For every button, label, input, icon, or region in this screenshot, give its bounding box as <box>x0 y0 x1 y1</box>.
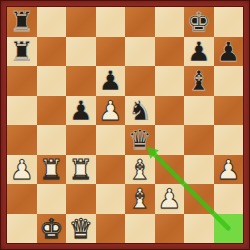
black-pawn[interactable]: ♟ <box>69 97 93 124</box>
square-b6[interactable] <box>37 66 67 96</box>
white-rook[interactable]: ♜ <box>39 156 63 183</box>
square-d3[interactable] <box>96 155 126 185</box>
square-f6[interactable] <box>155 66 185 96</box>
square-g4[interactable] <box>184 125 214 155</box>
square-a5[interactable] <box>7 96 37 126</box>
black-rook[interactable]: ♜ <box>10 8 34 35</box>
square-c8[interactable] <box>66 7 96 37</box>
square-g3[interactable] <box>184 155 214 185</box>
square-e5[interactable]: ♞ <box>125 96 155 126</box>
square-a6[interactable] <box>7 66 37 96</box>
square-a1[interactable] <box>7 214 37 244</box>
white-pawn[interactable]: ♟ <box>10 156 34 183</box>
square-e8[interactable] <box>125 7 155 37</box>
white-queen[interactable]: ♛ <box>69 215 93 242</box>
square-e6[interactable] <box>125 66 155 96</box>
square-a4[interactable] <box>7 125 37 155</box>
square-c4[interactable] <box>66 125 96 155</box>
square-h6[interactable] <box>214 66 244 96</box>
square-f4[interactable] <box>155 125 185 155</box>
white-rook[interactable]: ♜ <box>69 156 93 183</box>
square-e2[interactable]: ♝ <box>125 184 155 214</box>
square-h3[interactable]: ♟ <box>214 155 244 185</box>
square-a7[interactable]: ♜ <box>7 37 37 67</box>
square-e7[interactable] <box>125 37 155 67</box>
square-h8[interactable] <box>214 7 244 37</box>
square-d2[interactable] <box>96 184 126 214</box>
square-c2[interactable] <box>66 184 96 214</box>
square-a8[interactable]: ♜ <box>7 7 37 37</box>
white-bishop[interactable]: ♝ <box>128 156 152 183</box>
square-g8[interactable]: ♚ <box>184 7 214 37</box>
square-g2[interactable] <box>184 184 214 214</box>
white-bishop[interactable]: ♝ <box>128 185 152 212</box>
square-f2[interactable]: ♟ <box>155 184 185 214</box>
square-f3[interactable] <box>155 155 185 185</box>
square-f7[interactable] <box>155 37 185 67</box>
square-d7[interactable] <box>96 37 126 67</box>
square-g7[interactable]: ♟ <box>184 37 214 67</box>
square-h2[interactable] <box>214 184 244 214</box>
square-b4[interactable] <box>37 125 67 155</box>
chess-board: ♜♚♜♟♟♟♝♟♟♞♛♟♜♜♝♟♝♟♚♛ <box>7 7 243 243</box>
square-g5[interactable] <box>184 96 214 126</box>
square-b7[interactable] <box>37 37 67 67</box>
chess-board-frame: ♜♚♜♟♟♟♝♟♟♞♛♟♜♜♝♟♝♟♚♛ <box>0 0 250 250</box>
square-c3[interactable]: ♜ <box>66 155 96 185</box>
square-f5[interactable] <box>155 96 185 126</box>
square-h5[interactable] <box>214 96 244 126</box>
square-b2[interactable] <box>37 184 67 214</box>
white-pawn[interactable]: ♟ <box>216 156 240 183</box>
square-a2[interactable] <box>7 184 37 214</box>
square-c1[interactable]: ♛ <box>66 214 96 244</box>
square-c7[interactable] <box>66 37 96 67</box>
square-d5[interactable]: ♟ <box>96 96 126 126</box>
black-king[interactable]: ♚ <box>187 8 211 35</box>
square-d6[interactable]: ♟ <box>96 66 126 96</box>
square-b1[interactable]: ♚ <box>37 214 67 244</box>
square-b5[interactable] <box>37 96 67 126</box>
square-h1[interactable] <box>214 214 244 244</box>
black-pawn[interactable]: ♟ <box>187 38 211 65</box>
square-e1[interactable] <box>125 214 155 244</box>
square-g1[interactable] <box>184 214 214 244</box>
square-f8[interactable] <box>155 7 185 37</box>
square-a3[interactable]: ♟ <box>7 155 37 185</box>
white-pawn[interactable]: ♟ <box>157 185 181 212</box>
square-c6[interactable] <box>66 66 96 96</box>
square-e3[interactable]: ♝ <box>125 155 155 185</box>
square-g6[interactable]: ♝ <box>184 66 214 96</box>
square-d4[interactable] <box>96 125 126 155</box>
white-king[interactable]: ♚ <box>39 215 63 242</box>
black-knight[interactable]: ♞ <box>128 97 152 124</box>
square-d1[interactable] <box>96 214 126 244</box>
white-pawn[interactable]: ♟ <box>98 97 122 124</box>
black-rook[interactable]: ♜ <box>10 38 34 65</box>
black-bishop[interactable]: ♝ <box>187 67 211 94</box>
square-f1[interactable] <box>155 214 185 244</box>
black-pawn[interactable]: ♟ <box>98 67 122 94</box>
square-b3[interactable]: ♜ <box>37 155 67 185</box>
square-h7[interactable]: ♟ <box>214 37 244 67</box>
square-d8[interactable] <box>96 7 126 37</box>
square-c5[interactable]: ♟ <box>66 96 96 126</box>
black-queen[interactable]: ♛ <box>128 126 152 153</box>
black-pawn[interactable]: ♟ <box>216 38 240 65</box>
square-e4[interactable]: ♛ <box>125 125 155 155</box>
square-b8[interactable] <box>37 7 67 37</box>
square-h4[interactable] <box>214 125 244 155</box>
